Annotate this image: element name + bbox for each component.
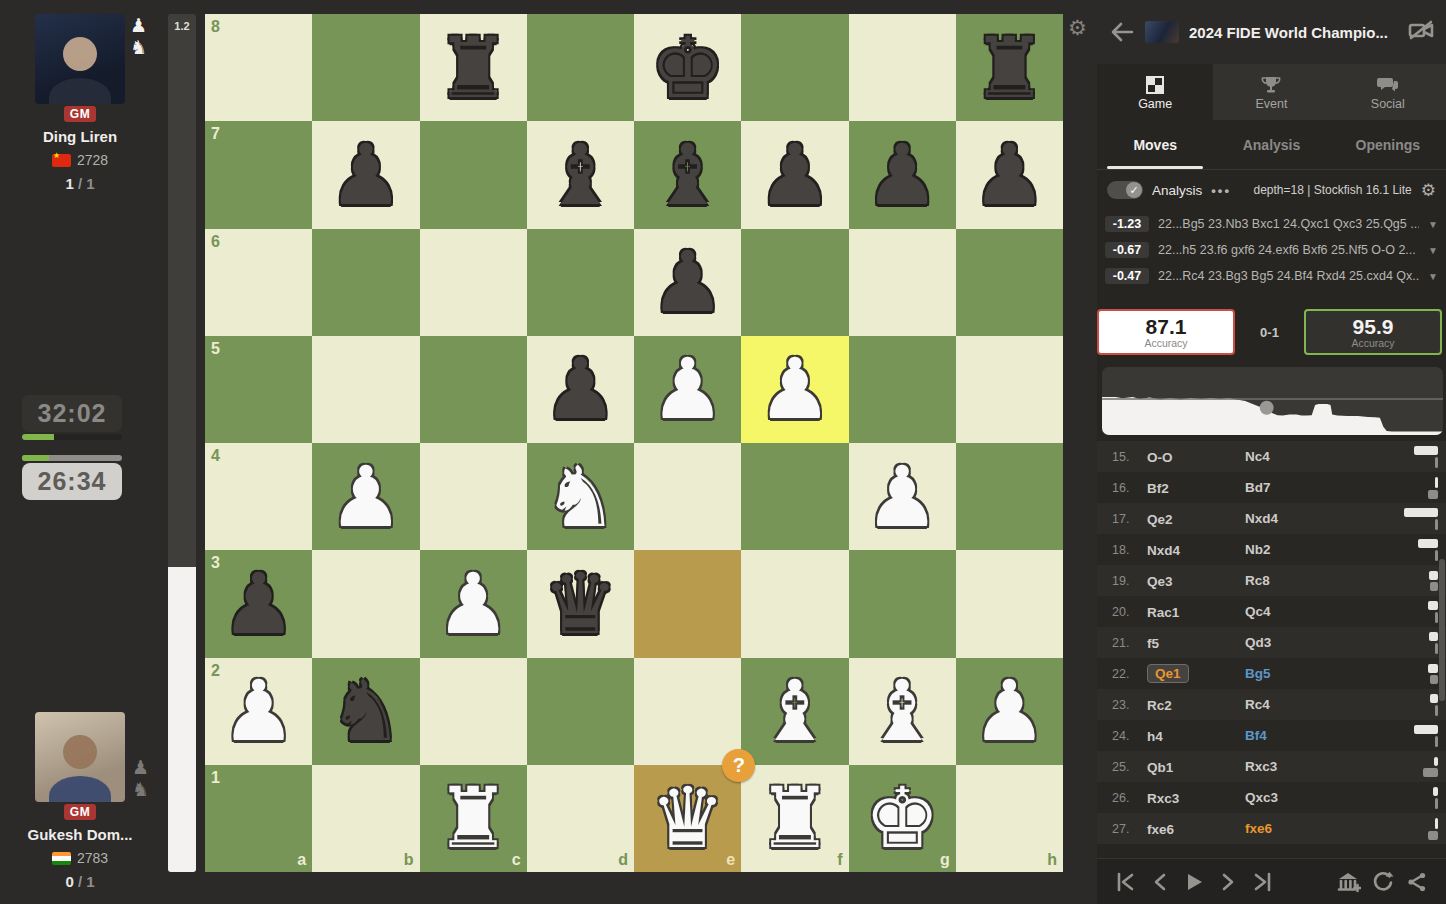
main-tabs: Game Event Social xyxy=(1097,64,1446,120)
move-number: 22. xyxy=(1097,667,1147,681)
square-d5[interactable]: ♟ xyxy=(527,336,634,443)
move-time-bars xyxy=(1392,757,1438,777)
black-move[interactable]: Qxc3 xyxy=(1245,790,1392,805)
black-pawn: ♟ xyxy=(741,121,848,228)
move-row-18: 18.Nxd4Nb2 xyxy=(1097,534,1446,565)
white-move[interactable]: Rac1 xyxy=(1147,605,1179,620)
sub-tabs: Moves Analysis Openings xyxy=(1097,120,1446,170)
player-name: Ding Liren xyxy=(0,128,160,145)
square-d7[interactable]: ♝ xyxy=(527,121,634,228)
black-pawn: ♟ xyxy=(849,121,956,228)
white-bishop: ♝ xyxy=(741,658,848,765)
accuracy-value: 95.9 xyxy=(1353,315,1394,338)
match-score: 1 / 1 xyxy=(0,175,160,192)
move-time-bars xyxy=(1392,446,1438,468)
player-rating: 2728 xyxy=(0,152,160,168)
square-b5[interactable] xyxy=(312,336,419,443)
trophy-icon xyxy=(1261,74,1281,94)
analysis-toggle-label: Analysis xyxy=(1152,183,1202,198)
move-row-16: 16.Bf2Bd7 xyxy=(1097,472,1446,503)
white-pawn: ♟ xyxy=(741,336,848,443)
white-pawn: ♟ xyxy=(205,658,312,765)
avatar xyxy=(35,712,125,802)
accuracy-value: 87.1 xyxy=(1146,315,1187,338)
move-number: 17. xyxy=(1097,512,1147,526)
check-icon: ✓ xyxy=(1126,182,1142,198)
rank-label-8: 8 xyxy=(211,18,220,36)
move-row-22: 22.Qe1Bg5 xyxy=(1097,658,1446,689)
avatar xyxy=(35,14,125,104)
tab-event[interactable]: Event xyxy=(1213,64,1329,120)
subtab-analysis[interactable]: Analysis xyxy=(1213,120,1329,169)
tab-game[interactable]: Game xyxy=(1097,64,1213,120)
player-name: Gukesh Dom... xyxy=(0,826,160,843)
square-e6[interactable]: ♟ xyxy=(634,229,741,336)
move-number: 19. xyxy=(1097,574,1147,588)
square-b2[interactable]: ♞ xyxy=(312,658,419,765)
white-rook: ♜ xyxy=(420,765,527,872)
rank-label-7: 7 xyxy=(211,125,220,143)
move-list: 15.O-ONc416.Bf2Bd717.Qe2Nxd418.Nxd4Nb219… xyxy=(1097,441,1446,845)
black-rook: ♜ xyxy=(956,14,1063,121)
square-b1[interactable]: b xyxy=(312,765,419,872)
square-g7[interactable]: ♟ xyxy=(849,121,956,228)
accuracy-row: 87.1 Accuracy 0-1 95.9 Accuracy xyxy=(1097,307,1442,357)
move-time-bars xyxy=(1392,725,1438,747)
move-row-26: 26.Rxc3Qxc3 xyxy=(1097,782,1446,813)
square-h3[interactable] xyxy=(956,550,1063,657)
move-time-bars xyxy=(1392,787,1438,809)
tab-social[interactable]: Social xyxy=(1330,64,1446,120)
black-move[interactable]: Rxc3 xyxy=(1245,759,1392,774)
square-d6[interactable] xyxy=(527,229,634,336)
white-move[interactable]: Qe3 xyxy=(1147,574,1173,589)
tab-label: Social xyxy=(1371,97,1405,111)
file-label-f: f xyxy=(837,851,842,869)
square-e2[interactable] xyxy=(634,658,741,765)
white-pawn: ♟ xyxy=(634,336,741,443)
title-badge: GM xyxy=(64,804,96,820)
black-pawn: ♟ xyxy=(527,336,634,443)
square-b4[interactable]: ♟ xyxy=(312,443,419,550)
move-row-17: 17.Qe2Nxd4 xyxy=(1097,503,1446,534)
app-root: GM Ding Liren 2728 1 / 1 ♟♞ 32:02 26:34 … xyxy=(0,0,1446,904)
square-d8[interactable] xyxy=(527,14,634,121)
video-off-icon[interactable] xyxy=(1408,20,1434,44)
square-b8[interactable] xyxy=(312,14,419,121)
flip-board-icon[interactable] xyxy=(1368,867,1398,897)
rating-value: 2783 xyxy=(77,850,108,866)
event-thumbnail xyxy=(1145,21,1179,43)
square-e4[interactable] xyxy=(634,443,741,550)
rank-label-3: 3 xyxy=(211,554,220,572)
square-h1[interactable]: h xyxy=(956,765,1063,872)
square-e1[interactable]: ♛e? xyxy=(634,765,741,872)
black-move[interactable]: Qd3 xyxy=(1245,635,1392,650)
move-time-bars xyxy=(1392,571,1438,591)
captured-white-knight-icon: ♞ xyxy=(130,38,147,58)
move-row-25: 25.Qb1Rxc3 xyxy=(1097,751,1446,782)
engine-line-3[interactable]: -0.4722...Rc4 23.Bg3 Bg5 24.Bf4 Rxd4 25.… xyxy=(1105,263,1438,289)
analysis-toolbar: ✓ Analysis ••• depth=18 | Stockfish 16.1… xyxy=(1097,170,1446,210)
white-rook: ♜ xyxy=(741,765,848,872)
engine-line-2[interactable]: -0.6722...h5 23.f6 gxf6 24.exf6 Bxf6 25.… xyxy=(1105,237,1438,263)
chat-icon xyxy=(1377,74,1399,94)
square-b6[interactable] xyxy=(312,229,419,336)
white-pawn: ♟ xyxy=(956,658,1063,765)
black-move[interactable]: Nb2 xyxy=(1245,542,1392,557)
square-d4[interactable]: ♞ xyxy=(527,443,634,550)
file-label-e: e xyxy=(726,851,735,869)
engine-lines: -1.2322...Bg5 23.Nb3 Bxc1 24.Qxc1 Qxc3 2… xyxy=(1097,210,1446,293)
eval-badge: -0.47 xyxy=(1105,268,1149,284)
move-number: 21. xyxy=(1097,636,1147,650)
previous-move-button[interactable] xyxy=(1145,867,1175,897)
move-row-21: 21.f5Qd3 xyxy=(1097,627,1446,658)
white-move[interactable]: O-O xyxy=(1147,450,1173,465)
event-title: 2024 FIDE World Champio... xyxy=(1189,24,1398,41)
square-h6[interactable] xyxy=(956,229,1063,336)
white-move[interactable]: Qe1 xyxy=(1147,664,1189,683)
square-g6[interactable] xyxy=(849,229,956,336)
move-time-bars xyxy=(1392,539,1438,561)
square-f8[interactable] xyxy=(741,14,848,121)
move-row-20: 20.Rac1Qc4 xyxy=(1097,596,1446,627)
move-number: 24. xyxy=(1097,729,1147,743)
tab-label: Event xyxy=(1256,97,1288,111)
player-rating: 2783 xyxy=(0,850,160,866)
captured-pieces-top: ♟♞ xyxy=(130,16,147,58)
add-to-library-icon[interactable] xyxy=(1334,867,1364,897)
white-move[interactable]: Rc2 xyxy=(1147,698,1172,713)
square-a5[interactable]: 5 xyxy=(205,336,312,443)
chevron-down-icon[interactable]: ▼ xyxy=(1428,219,1438,230)
square-f6[interactable] xyxy=(741,229,848,336)
square-f2[interactable]: ♝ xyxy=(741,658,848,765)
white-move[interactable]: Bf2 xyxy=(1147,481,1169,496)
last-move-button[interactable] xyxy=(1247,867,1277,897)
rank-label-4: 4 xyxy=(211,447,220,465)
square-a8[interactable]: 8 xyxy=(205,14,312,121)
clock-time: 32:02 xyxy=(22,395,122,432)
move-row-19: 19.Qe3Rc8 xyxy=(1097,565,1446,596)
move-number: 26. xyxy=(1097,791,1147,805)
board-settings-gear-icon[interactable]: ⚙ xyxy=(1068,16,1087,40)
captured-white-pawn-icon: ♟ xyxy=(130,16,147,36)
square-h2[interactable]: ♟ xyxy=(956,658,1063,765)
black-move[interactable]: Bf4 xyxy=(1245,728,1392,743)
square-g8[interactable] xyxy=(849,14,956,121)
black-move[interactable]: Bg5 xyxy=(1245,666,1392,681)
square-g5[interactable] xyxy=(849,336,956,443)
square-f4[interactable] xyxy=(741,443,848,550)
move-row-27: 27.fxe6fxe6 xyxy=(1097,813,1446,844)
chess-board: 8♜♚♜7♟♝♝♟♟♟6♟5♟♟♟4♟♞♟♟3♟♛♟2♞♝♝♟1ab♜cd♛e?… xyxy=(205,14,1063,872)
square-a6[interactable]: 6 xyxy=(205,229,312,336)
square-b3[interactable] xyxy=(312,550,419,657)
eval-badge: -0.67 xyxy=(1105,242,1149,258)
square-c6[interactable] xyxy=(420,229,527,336)
move-row-23: 23.Rc2Rc4 xyxy=(1097,689,1446,720)
mistake-annotation-badge: ? xyxy=(722,749,755,782)
white-move[interactable]: f5 xyxy=(1147,636,1159,651)
rank-label-1: 1 xyxy=(211,769,220,787)
chevron-down-icon[interactable]: ▼ xyxy=(1428,271,1438,282)
black-queen: ♛ xyxy=(527,550,634,657)
captured-black-pawn-icon: ♟ xyxy=(132,758,149,778)
black-bishop: ♝ xyxy=(527,121,634,228)
black-move[interactable]: Rc8 xyxy=(1245,573,1392,588)
square-g3[interactable] xyxy=(849,550,956,657)
board-icon xyxy=(1146,74,1164,94)
move-number: 25. xyxy=(1097,760,1147,774)
clock-time-bar xyxy=(22,434,122,440)
black-pawn: ♟ xyxy=(634,229,741,336)
square-c3[interactable]: ♟ xyxy=(420,550,527,657)
rating-value: 2728 xyxy=(77,152,108,168)
clock-white: 26:34 xyxy=(22,455,122,500)
evaluation-bar-white xyxy=(168,567,196,872)
square-c7[interactable] xyxy=(420,121,527,228)
black-move[interactable]: Nc4 xyxy=(1245,449,1392,464)
panel-header: 2024 FIDE World Champio... xyxy=(1097,0,1446,64)
square-f7[interactable]: ♟ xyxy=(741,121,848,228)
square-d3[interactable]: ♛ xyxy=(527,550,634,657)
square-a2[interactable]: ♟2 xyxy=(205,658,312,765)
square-c2[interactable] xyxy=(420,658,527,765)
file-label-d: d xyxy=(618,851,628,869)
white-move[interactable]: Qe2 xyxy=(1147,512,1173,527)
square-a3[interactable]: ♟3 xyxy=(205,550,312,657)
move-time-bars xyxy=(1392,632,1438,654)
rank-label-6: 6 xyxy=(211,233,220,251)
square-a4[interactable]: 4 xyxy=(205,443,312,550)
move-row-24: 24.h4Bf4 xyxy=(1097,720,1446,751)
white-bishop: ♝ xyxy=(849,658,956,765)
file-label-c: c xyxy=(512,851,521,869)
move-time-bars xyxy=(1392,694,1438,716)
engine-line-1[interactable]: -1.2322...Bg5 23.Nb3 Bxc1 24.Qxc1 Qxc3 2… xyxy=(1105,211,1438,237)
back-button[interactable] xyxy=(1109,21,1135,43)
white-accuracy-card: 87.1 Accuracy xyxy=(1097,309,1235,355)
move-time-bars xyxy=(1392,664,1438,684)
square-h5[interactable] xyxy=(956,336,1063,443)
white-knight: ♞ xyxy=(527,443,634,550)
line-moves: 22...Bg5 23.Nb3 Bxc1 24.Qxc1 Qxc3 25.Qg5… xyxy=(1158,217,1419,231)
line-moves: 22...h5 23.f6 gxf6 24.exf6 Bxf6 25.Nf5 O… xyxy=(1158,243,1419,257)
share-icon[interactable] xyxy=(1402,867,1432,897)
black-move[interactable]: fxe6 xyxy=(1245,821,1392,836)
right-panel: 2024 FIDE World Champio... Game Event xyxy=(1097,0,1446,904)
black-pawn: ♟ xyxy=(205,550,312,657)
title-badge: GM xyxy=(64,106,96,122)
more-options-dots[interactable]: ••• xyxy=(1211,183,1231,198)
black-king: ♚ xyxy=(634,14,741,121)
square-c8[interactable]: ♜ xyxy=(420,14,527,121)
black-move[interactable]: Rc4 xyxy=(1245,697,1392,712)
captured-pieces-bottom: ♟♞ xyxy=(132,758,149,800)
move-row-15: 15.O-ONc4 xyxy=(1097,441,1446,472)
player-card-bottom: GM Gukesh Dom... 2783 0 / 1 xyxy=(0,712,160,890)
chevron-down-icon[interactable]: ▼ xyxy=(1428,245,1438,256)
move-time-bars xyxy=(1392,601,1438,623)
evaluation-bar: 1.2 xyxy=(168,14,196,872)
black-move[interactable]: Nxd4 xyxy=(1245,511,1392,526)
file-label-a: a xyxy=(297,851,306,869)
accuracy-label: Accuracy xyxy=(1351,338,1394,350)
next-move-button[interactable] xyxy=(1213,867,1243,897)
china-flag-icon xyxy=(52,154,71,167)
white-pawn: ♟ xyxy=(849,443,956,550)
square-h7[interactable]: ♟ xyxy=(956,121,1063,228)
clock-time: 26:34 xyxy=(22,463,122,500)
square-h8[interactable]: ♜ xyxy=(956,14,1063,121)
square-d1[interactable]: d xyxy=(527,765,634,872)
line-moves: 22...Rc4 23.Bg3 Bg5 24.Bf4 Rxd4 25.cxd4 … xyxy=(1158,269,1419,283)
first-move-button[interactable] xyxy=(1111,867,1141,897)
evaluation-graph[interactable] xyxy=(1102,367,1443,435)
move-number: 16. xyxy=(1097,481,1147,495)
square-f3[interactable] xyxy=(741,550,848,657)
square-a1[interactable]: 1a xyxy=(205,765,312,872)
square-c5[interactable] xyxy=(420,336,527,443)
rank-label-2: 2 xyxy=(211,662,220,680)
black-bishop: ♝ xyxy=(634,121,741,228)
match-score: 0 / 1 xyxy=(0,873,160,890)
square-b7[interactable]: ♟ xyxy=(312,121,419,228)
square-g2[interactable]: ♝ xyxy=(849,658,956,765)
file-label-g: g xyxy=(940,851,950,869)
clock-time-bar xyxy=(22,455,122,461)
file-label-h: h xyxy=(1047,851,1057,869)
evaluation-value: 1.2 xyxy=(168,20,196,32)
white-move[interactable]: Rxc3 xyxy=(1147,791,1179,806)
move-number: 18. xyxy=(1097,543,1147,557)
black-move[interactable]: Qc4 xyxy=(1245,604,1392,619)
black-pawn: ♟ xyxy=(312,121,419,228)
captured-black-knight-icon: ♞ xyxy=(132,780,149,800)
move-number: 20. xyxy=(1097,605,1147,619)
india-flag-icon xyxy=(52,852,71,865)
square-e7[interactable]: ♝ xyxy=(634,121,741,228)
square-e8[interactable]: ♚ xyxy=(634,14,741,121)
move-time-bars xyxy=(1392,818,1438,840)
engine-settings-gear-icon[interactable]: ⚙ xyxy=(1421,180,1436,201)
move-number: 15. xyxy=(1097,450,1147,464)
square-c1[interactable]: ♜c xyxy=(420,765,527,872)
game-result: 0-1 xyxy=(1235,325,1304,340)
engine-info: depth=18 | Stockfish 16.1 Lite xyxy=(1254,183,1412,197)
square-e3[interactable] xyxy=(634,550,741,657)
black-pawn: ♟ xyxy=(956,121,1063,228)
square-f1[interactable]: ♜f xyxy=(741,765,848,872)
square-a7[interactable]: 7 xyxy=(205,121,312,228)
square-e5[interactable]: ♟ xyxy=(634,336,741,443)
move-number: 23. xyxy=(1097,698,1147,712)
move-number: 27. xyxy=(1097,822,1147,836)
subtab-moves[interactable]: Moves xyxy=(1097,120,1213,169)
analysis-toggle[interactable]: ✓ xyxy=(1107,181,1143,199)
white-move[interactable]: h4 xyxy=(1147,729,1163,744)
white-pawn: ♟ xyxy=(312,443,419,550)
move-time-bars xyxy=(1392,477,1438,499)
square-g1[interactable]: ♚g xyxy=(849,765,956,872)
square-g4[interactable]: ♟ xyxy=(849,443,956,550)
move-list-scrollbar[interactable] xyxy=(1439,559,1445,701)
square-h4[interactable] xyxy=(956,443,1063,550)
clock-black: 32:02 xyxy=(22,395,122,440)
rank-label-5: 5 xyxy=(211,340,220,358)
white-queen: ♛ xyxy=(634,765,741,872)
black-rook: ♜ xyxy=(420,14,527,121)
square-f5[interactable]: ♟ xyxy=(741,336,848,443)
white-move[interactable]: Qb1 xyxy=(1147,760,1173,775)
white-move[interactable]: fxe6 xyxy=(1147,822,1174,837)
white-move[interactable]: Nxd4 xyxy=(1147,543,1180,558)
navigation-bar xyxy=(1097,858,1446,904)
file-label-b: b xyxy=(404,851,414,869)
accuracy-label: Accuracy xyxy=(1144,338,1187,350)
black-knight: ♞ xyxy=(312,658,419,765)
subtab-openings[interactable]: Openings xyxy=(1330,120,1446,169)
square-d2[interactable] xyxy=(527,658,634,765)
square-c4[interactable] xyxy=(420,443,527,550)
white-pawn: ♟ xyxy=(420,550,527,657)
black-move[interactable]: Bd7 xyxy=(1245,480,1392,495)
move-time-bars xyxy=(1392,508,1438,530)
tab-label: Game xyxy=(1138,97,1172,111)
black-accuracy-card: 95.9 Accuracy xyxy=(1304,309,1442,355)
eval-badge: -1.23 xyxy=(1105,216,1149,232)
play-button[interactable] xyxy=(1179,867,1209,897)
